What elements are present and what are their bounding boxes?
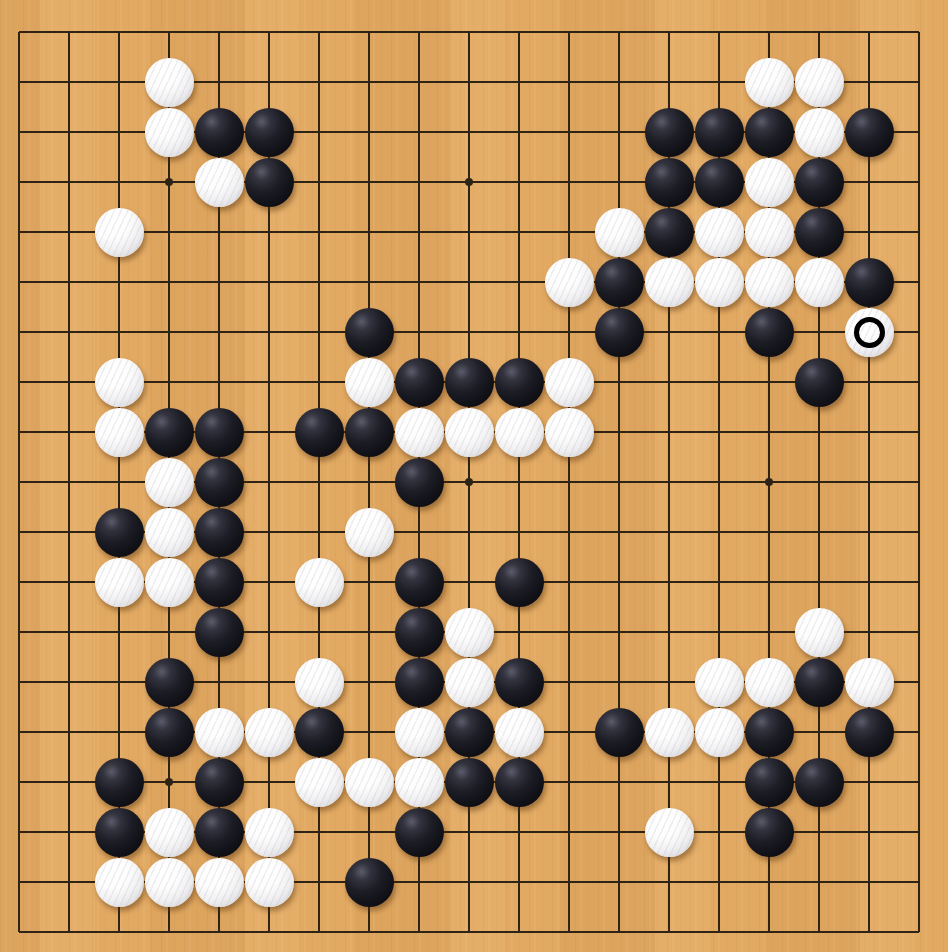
board-point[interactable]: [844, 857, 894, 907]
board-point[interactable]: [794, 607, 844, 657]
board-point[interactable]: [0, 507, 44, 557]
board-point[interactable]: [0, 657, 44, 707]
black-stone[interactable]: [195, 758, 244, 807]
board-point[interactable]: [244, 157, 294, 207]
white-stone[interactable]: [545, 408, 594, 457]
black-stone[interactable]: [745, 758, 794, 807]
board-point[interactable]: [94, 357, 144, 407]
board-point[interactable]: [894, 57, 944, 107]
board-point[interactable]: [544, 57, 594, 107]
board-point[interactable]: [594, 307, 644, 357]
board-point[interactable]: [594, 557, 644, 607]
board-point[interactable]: [194, 857, 244, 907]
white-stone[interactable]: [145, 808, 194, 857]
board-point[interactable]: [494, 257, 544, 307]
board-point[interactable]: [794, 557, 844, 607]
board-point[interactable]: [294, 407, 344, 457]
board-point[interactable]: [744, 407, 794, 457]
board-point[interactable]: [544, 807, 594, 857]
white-stone[interactable]: [445, 408, 494, 457]
board-point[interactable]: [444, 857, 494, 907]
board-point[interactable]: [444, 107, 494, 157]
black-stone[interactable]: [795, 358, 844, 407]
board-point[interactable]: [344, 557, 394, 607]
board-point[interactable]: [94, 307, 144, 357]
board-point[interactable]: [744, 357, 794, 407]
black-stone[interactable]: [745, 108, 794, 157]
board-point[interactable]: [444, 7, 494, 57]
board-point[interactable]: [394, 157, 444, 207]
white-stone[interactable]: [145, 458, 194, 507]
board-point[interactable]: [344, 7, 394, 57]
board-point[interactable]: [644, 607, 694, 657]
board-point[interactable]: [744, 757, 794, 807]
board-point[interactable]: [444, 457, 494, 507]
board-point[interactable]: [644, 7, 694, 57]
board-point[interactable]: [0, 857, 44, 907]
board-point[interactable]: [494, 307, 544, 357]
board-point[interactable]: [344, 257, 394, 307]
board-point[interactable]: [644, 157, 694, 207]
white-stone[interactable]: [295, 658, 344, 707]
board-point[interactable]: [444, 307, 494, 357]
board-point[interactable]: [594, 407, 644, 457]
black-stone[interactable]: [395, 458, 444, 507]
board-point[interactable]: [594, 7, 644, 57]
board-point[interactable]: [694, 557, 744, 607]
board-point[interactable]: [194, 807, 244, 857]
board-point[interactable]: [44, 407, 94, 457]
board-point[interactable]: [194, 157, 244, 207]
board-point[interactable]: [844, 657, 894, 707]
black-stone[interactable]: [145, 408, 194, 457]
white-stone[interactable]: [695, 258, 744, 307]
board-point[interactable]: [444, 907, 494, 952]
board-point[interactable]: [494, 907, 544, 952]
board-point[interactable]: [0, 557, 44, 607]
white-stone[interactable]: [795, 608, 844, 657]
black-stone[interactable]: [195, 508, 244, 557]
board-point[interactable]: [194, 107, 244, 157]
white-stone[interactable]: [645, 808, 694, 857]
white-stone[interactable]: [245, 808, 294, 857]
board-point[interactable]: [844, 357, 894, 407]
white-stone[interactable]: [745, 158, 794, 207]
board-point[interactable]: [894, 857, 944, 907]
board-point[interactable]: [744, 857, 794, 907]
board-point[interactable]: [794, 207, 844, 257]
board-point[interactable]: [194, 357, 244, 407]
board-point[interactable]: [894, 557, 944, 607]
board-point[interactable]: [144, 907, 194, 952]
board-point[interactable]: [194, 557, 244, 607]
board-point[interactable]: [144, 807, 194, 857]
board-point[interactable]: [644, 357, 694, 407]
black-stone[interactable]: [645, 108, 694, 157]
board-point[interactable]: [94, 507, 144, 557]
board-point[interactable]: [744, 907, 794, 952]
board-point[interactable]: [894, 907, 944, 952]
board-point[interactable]: [0, 57, 44, 107]
white-stone[interactable]: [145, 508, 194, 557]
board-point[interactable]: [544, 457, 594, 507]
board-point[interactable]: [794, 507, 844, 557]
board-point[interactable]: [144, 307, 194, 357]
board-point[interactable]: [494, 407, 544, 457]
board-point[interactable]: [94, 257, 144, 307]
board-point[interactable]: [244, 7, 294, 57]
board-point[interactable]: [244, 707, 294, 757]
board-point[interactable]: [644, 257, 694, 307]
board-point[interactable]: [844, 407, 894, 457]
black-stone[interactable]: [745, 708, 794, 757]
board-point[interactable]: [0, 357, 44, 407]
board-point[interactable]: [844, 257, 894, 307]
black-stone[interactable]: [145, 658, 194, 707]
board-point[interactable]: [794, 307, 844, 357]
white-stone[interactable]: [745, 658, 794, 707]
board-point[interactable]: [194, 607, 244, 657]
board-point[interactable]: [594, 757, 644, 807]
board-point[interactable]: [244, 457, 294, 507]
board-point[interactable]: [594, 457, 644, 507]
board-point[interactable]: [394, 407, 444, 457]
board-point[interactable]: [744, 57, 794, 107]
board-point[interactable]: [394, 907, 444, 952]
black-stone[interactable]: [595, 308, 644, 357]
board-point[interactable]: [144, 657, 194, 707]
board-point[interactable]: [294, 907, 344, 952]
board-point[interactable]: [394, 7, 444, 57]
board-point[interactable]: [694, 657, 744, 707]
board-point[interactable]: [544, 207, 594, 257]
white-stone[interactable]: [795, 58, 844, 107]
board-point[interactable]: [94, 857, 144, 907]
board-point[interactable]: [44, 857, 94, 907]
board-point[interactable]: [294, 807, 344, 857]
board-point[interactable]: [294, 657, 344, 707]
board-point[interactable]: [894, 357, 944, 407]
board-point[interactable]: [94, 407, 144, 457]
board-point[interactable]: [394, 657, 444, 707]
board-point[interactable]: [294, 857, 344, 907]
board-point[interactable]: [394, 257, 444, 307]
white-stone[interactable]: [145, 558, 194, 607]
board-point[interactable]: [244, 407, 294, 457]
board-point[interactable]: [44, 707, 94, 757]
board-point[interactable]: [344, 107, 394, 157]
board-point[interactable]: [894, 307, 944, 357]
white-stone[interactable]: [495, 408, 544, 457]
board-point[interactable]: [394, 557, 444, 607]
board-point[interactable]: [744, 707, 794, 757]
board-point[interactable]: [344, 757, 394, 807]
board-point[interactable]: [0, 107, 44, 157]
board-point[interactable]: [94, 907, 144, 952]
board-point[interactable]: [494, 57, 544, 107]
board-point[interactable]: [0, 757, 44, 807]
black-stone[interactable]: [695, 158, 744, 207]
black-stone[interactable]: [645, 158, 694, 207]
board-point[interactable]: [294, 607, 344, 657]
board-point[interactable]: [494, 157, 544, 207]
board-point[interactable]: [844, 157, 894, 207]
board-point[interactable]: [294, 357, 344, 407]
board-point[interactable]: [594, 257, 644, 307]
board-point[interactable]: [744, 157, 794, 207]
board-point[interactable]: [794, 757, 844, 807]
board-point[interactable]: [744, 607, 794, 657]
board-point[interactable]: [444, 157, 494, 207]
board-point[interactable]: [844, 757, 894, 807]
board-point[interactable]: [744, 107, 794, 157]
board-point[interactable]: [694, 407, 744, 457]
white-stone[interactable]: [245, 708, 294, 757]
board-point[interactable]: [644, 507, 694, 557]
board-point[interactable]: [744, 7, 794, 57]
black-stone[interactable]: [445, 758, 494, 807]
board-point[interactable]: [44, 107, 94, 157]
board-point[interactable]: [244, 357, 294, 407]
board-point[interactable]: [744, 507, 794, 557]
board-point[interactable]: [844, 907, 894, 952]
board-point[interactable]: [744, 807, 794, 857]
board-point[interactable]: [894, 257, 944, 307]
board-point[interactable]: [894, 657, 944, 707]
board-point[interactable]: [444, 407, 494, 457]
board-point[interactable]: [794, 807, 844, 857]
board-point[interactable]: [244, 57, 294, 107]
board-point[interactable]: [394, 107, 444, 157]
board-point[interactable]: [194, 457, 244, 507]
board-point[interactable]: [144, 257, 194, 307]
board-point[interactable]: [344, 57, 394, 107]
white-stone[interactable]: [195, 158, 244, 207]
board-point[interactable]: [894, 207, 944, 257]
white-stone[interactable]: [295, 558, 344, 607]
board-point[interactable]: [494, 707, 544, 757]
board-point[interactable]: [194, 757, 244, 807]
board-point[interactable]: [144, 707, 194, 757]
board-point[interactable]: [794, 357, 844, 407]
white-stone[interactable]: [845, 308, 894, 357]
board-point[interactable]: [594, 607, 644, 657]
board-point[interactable]: [144, 607, 194, 657]
board-point[interactable]: [94, 807, 144, 857]
board-point[interactable]: [344, 207, 394, 257]
black-stone[interactable]: [595, 708, 644, 757]
board-point[interactable]: [594, 857, 644, 907]
board-point[interactable]: [794, 7, 844, 57]
go-board[interactable]: [0, 0, 948, 952]
board-point[interactable]: [44, 807, 94, 857]
board-point[interactable]: [194, 407, 244, 457]
white-stone[interactable]: [345, 358, 394, 407]
white-stone[interactable]: [445, 658, 494, 707]
board-point[interactable]: [394, 457, 444, 507]
board-point[interactable]: [644, 207, 694, 257]
board-point[interactable]: [494, 507, 544, 557]
board-point[interactable]: [694, 207, 744, 257]
white-stone[interactable]: [745, 58, 794, 107]
board-point[interactable]: [644, 757, 694, 807]
board-point[interactable]: [444, 357, 494, 407]
black-stone[interactable]: [395, 558, 444, 607]
black-stone[interactable]: [645, 208, 694, 257]
board-point[interactable]: [544, 357, 594, 407]
black-stone[interactable]: [345, 408, 394, 457]
board-point[interactable]: [244, 607, 294, 657]
board-point[interactable]: [294, 757, 344, 807]
white-stone[interactable]: [745, 258, 794, 307]
board-point[interactable]: [894, 707, 944, 757]
board-point[interactable]: [844, 107, 894, 157]
board-point[interactable]: [194, 907, 244, 952]
board-point[interactable]: [494, 7, 544, 57]
board-point[interactable]: [144, 757, 194, 807]
black-stone[interactable]: [445, 358, 494, 407]
board-point[interactable]: [844, 507, 894, 557]
board-point[interactable]: [594, 207, 644, 257]
board-point[interactable]: [144, 457, 194, 507]
white-stone[interactable]: [195, 858, 244, 907]
board-point[interactable]: [244, 307, 294, 357]
board-point[interactable]: [794, 707, 844, 757]
board-point[interactable]: [194, 257, 244, 307]
board-point[interactable]: [694, 857, 744, 907]
board-point[interactable]: [244, 207, 294, 257]
white-stone[interactable]: [245, 858, 294, 907]
board-point[interactable]: [744, 257, 794, 307]
black-stone[interactable]: [395, 608, 444, 657]
board-point[interactable]: [844, 457, 894, 507]
white-stone[interactable]: [645, 708, 694, 757]
board-point[interactable]: [344, 457, 394, 507]
black-stone[interactable]: [95, 508, 144, 557]
board-point[interactable]: [294, 257, 344, 307]
black-stone[interactable]: [795, 758, 844, 807]
black-stone[interactable]: [845, 108, 894, 157]
board-point[interactable]: [144, 857, 194, 907]
board-point[interactable]: [894, 507, 944, 557]
board-point[interactable]: [644, 107, 694, 157]
board-point[interactable]: [644, 557, 694, 607]
board-point[interactable]: [544, 557, 594, 607]
board-point[interactable]: [894, 457, 944, 507]
white-stone[interactable]: [95, 208, 144, 257]
board-point[interactable]: [544, 907, 594, 952]
board-point[interactable]: [344, 657, 394, 707]
board-point[interactable]: [44, 607, 94, 657]
board-point[interactable]: [294, 457, 344, 507]
white-stone[interactable]: [145, 108, 194, 157]
board-point[interactable]: [194, 657, 244, 707]
board-point[interactable]: [294, 7, 344, 57]
board-point[interactable]: [244, 807, 294, 857]
black-stone[interactable]: [395, 358, 444, 407]
board-point[interactable]: [494, 657, 544, 707]
board-point[interactable]: [444, 607, 494, 657]
board-point[interactable]: [694, 157, 744, 207]
board-point[interactable]: [894, 807, 944, 857]
white-stone[interactable]: [545, 358, 594, 407]
black-stone[interactable]: [745, 308, 794, 357]
board-point[interactable]: [0, 7, 44, 57]
board-point[interactable]: [194, 707, 244, 757]
white-stone[interactable]: [645, 258, 694, 307]
board-point[interactable]: [194, 307, 244, 357]
white-stone[interactable]: [695, 708, 744, 757]
board-point[interactable]: [794, 157, 844, 207]
board-point[interactable]: [44, 307, 94, 357]
board-point[interactable]: [594, 157, 644, 207]
black-stone[interactable]: [495, 358, 544, 407]
board-point[interactable]: [344, 607, 394, 657]
board-point[interactable]: [594, 107, 644, 157]
white-stone[interactable]: [95, 858, 144, 907]
board-point[interactable]: [0, 607, 44, 657]
board-point[interactable]: [44, 57, 94, 107]
board-point[interactable]: [244, 857, 294, 907]
board-point[interactable]: [394, 807, 444, 857]
board-point[interactable]: [394, 857, 444, 907]
board-point[interactable]: [544, 607, 594, 657]
board-point[interactable]: [0, 307, 44, 357]
white-stone[interactable]: [395, 758, 444, 807]
board-point[interactable]: [494, 357, 544, 407]
board-point[interactable]: [94, 57, 144, 107]
black-stone[interactable]: [495, 558, 544, 607]
black-stone[interactable]: [695, 108, 744, 157]
board-point[interactable]: [544, 657, 594, 707]
board-point[interactable]: [94, 7, 144, 57]
board-point[interactable]: [494, 557, 544, 607]
board-point[interactable]: [44, 507, 94, 557]
board-point[interactable]: [244, 757, 294, 807]
board-point[interactable]: [144, 357, 194, 407]
board-point[interactable]: [144, 107, 194, 157]
board-point[interactable]: [494, 607, 544, 657]
board-point[interactable]: [894, 107, 944, 157]
board-point[interactable]: [394, 507, 444, 557]
board-point[interactable]: [94, 657, 144, 707]
board-point[interactable]: [694, 457, 744, 507]
board-point[interactable]: [294, 157, 344, 207]
board-point[interactable]: [344, 357, 394, 407]
black-stone[interactable]: [245, 158, 294, 207]
black-stone[interactable]: [195, 108, 244, 157]
board-point[interactable]: [894, 407, 944, 457]
board-point[interactable]: [244, 257, 294, 307]
black-stone[interactable]: [295, 708, 344, 757]
board-point[interactable]: [94, 157, 144, 207]
white-stone[interactable]: [145, 858, 194, 907]
board-point[interactable]: [44, 557, 94, 607]
board-point[interactable]: [344, 507, 394, 557]
black-stone[interactable]: [195, 808, 244, 857]
board-point[interactable]: [494, 207, 544, 257]
board-point[interactable]: [794, 907, 844, 952]
white-stone[interactable]: [195, 708, 244, 757]
board-point[interactable]: [144, 507, 194, 557]
board-point[interactable]: [544, 707, 594, 757]
black-stone[interactable]: [445, 708, 494, 757]
black-stone[interactable]: [795, 158, 844, 207]
board-point[interactable]: [144, 207, 194, 257]
board-point[interactable]: [94, 557, 144, 607]
board-point[interactable]: [444, 207, 494, 257]
white-stone[interactable]: [845, 658, 894, 707]
